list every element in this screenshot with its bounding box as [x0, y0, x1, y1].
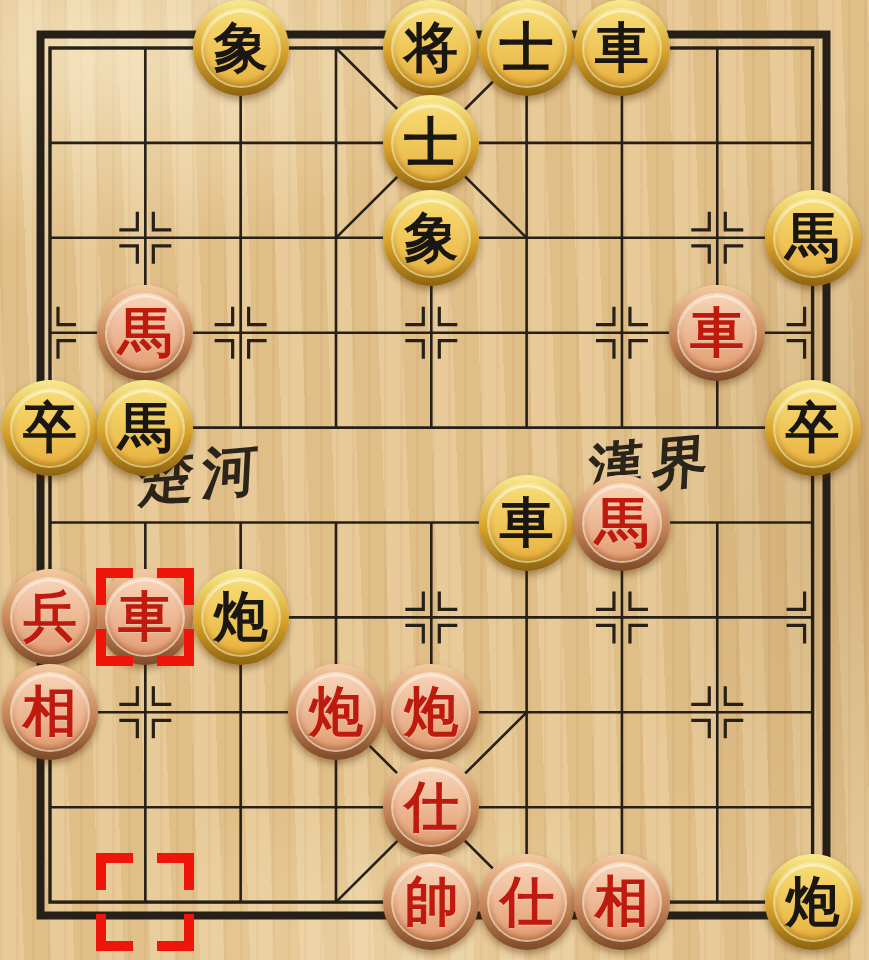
piece-face: 士	[489, 10, 565, 86]
piece-face: 馬	[584, 485, 660, 561]
piece-red-horse[interactable]: 馬	[97, 285, 193, 381]
piece-glyph: 炮	[404, 685, 458, 739]
piece-face: 車	[584, 10, 660, 86]
piece-black-soldier[interactable]: 卒	[765, 380, 861, 476]
piece-glyph: 兵	[23, 590, 77, 644]
piece-face: 仕	[489, 864, 565, 940]
piece-red-cannon[interactable]: 炮	[383, 664, 479, 760]
piece-glyph: 帥	[404, 875, 458, 929]
piece-red-advisor[interactable]: 仕	[479, 854, 575, 950]
piece-glyph: 車	[500, 496, 554, 550]
piece-glyph: 象	[214, 21, 268, 75]
piece-face: 車	[679, 295, 755, 371]
piece-red-advisor[interactable]: 仕	[383, 759, 479, 855]
piece-glyph: 炮	[309, 685, 363, 739]
piece-face: 炮	[393, 674, 469, 750]
piece-face: 炮	[203, 579, 279, 655]
piece-black-soldier[interactable]: 卒	[2, 380, 98, 476]
piece-glyph: 相	[595, 875, 649, 929]
piece-glyph: 仕	[500, 875, 554, 929]
piece-face: 将	[393, 10, 469, 86]
piece-glyph: 馬	[118, 306, 172, 360]
piece-red-cannon[interactable]: 炮	[288, 664, 384, 760]
piece-glyph: 馬	[118, 401, 172, 455]
piece-black-elephant[interactable]: 象	[193, 0, 289, 96]
piece-face: 馬	[107, 295, 183, 371]
piece-red-chariot[interactable]: 車	[669, 285, 765, 381]
piece-face: 車	[107, 579, 183, 655]
piece-face: 相	[12, 674, 88, 750]
piece-red-elephant[interactable]: 相	[2, 664, 98, 760]
piece-face: 相	[584, 864, 660, 940]
piece-red-chariot[interactable]: 車	[97, 569, 193, 665]
piece-glyph: 象	[404, 211, 458, 265]
piece-face: 帥	[393, 864, 469, 940]
piece-red-soldier[interactable]: 兵	[2, 569, 98, 665]
piece-face: 仕	[393, 769, 469, 845]
piece-black-horse[interactable]: 馬	[765, 190, 861, 286]
piece-black-general[interactable]: 将	[383, 0, 479, 96]
piece-face: 車	[489, 485, 565, 561]
piece-face: 炮	[775, 864, 851, 940]
piece-glyph: 士	[500, 21, 554, 75]
piece-face: 象	[393, 200, 469, 276]
piece-black-horse[interactable]: 馬	[97, 380, 193, 476]
piece-black-chariot[interactable]: 車	[574, 0, 670, 96]
piece-black-chariot[interactable]: 車	[479, 475, 575, 571]
piece-face: 象	[203, 10, 279, 86]
piece-face: 卒	[12, 390, 88, 466]
piece-face: 士	[393, 105, 469, 181]
piece-glyph: 炮	[786, 875, 840, 929]
piece-red-horse[interactable]: 馬	[574, 475, 670, 571]
piece-face: 炮	[298, 674, 374, 750]
piece-glyph: 相	[23, 685, 77, 739]
piece-face: 馬	[107, 390, 183, 466]
piece-glyph: 車	[690, 306, 744, 360]
piece-face: 卒	[775, 390, 851, 466]
piece-black-advisor[interactable]: 士	[383, 95, 479, 191]
piece-glyph: 車	[595, 21, 649, 75]
piece-black-elephant[interactable]: 象	[383, 190, 479, 286]
piece-glyph: 馬	[595, 496, 649, 550]
xiangqi-board[interactable]: 楚河 漢界 象将士車士象馬馬車卒馬卒車馬兵車炮相炮炮仕帥仕相炮	[0, 0, 869, 960]
piece-face: 兵	[12, 579, 88, 655]
piece-glyph: 将	[404, 21, 458, 75]
piece-glyph: 卒	[23, 401, 77, 455]
piece-black-cannon[interactable]: 炮	[765, 854, 861, 950]
piece-glyph: 卒	[786, 401, 840, 455]
piece-black-advisor[interactable]: 士	[479, 0, 575, 96]
piece-glyph: 仕	[404, 780, 458, 834]
piece-red-general[interactable]: 帥	[383, 854, 479, 950]
piece-glyph: 炮	[214, 590, 268, 644]
piece-glyph: 馬	[786, 211, 840, 265]
piece-red-elephant[interactable]: 相	[574, 854, 670, 950]
piece-glyph: 士	[404, 116, 458, 170]
piece-face: 馬	[775, 200, 851, 276]
piece-black-cannon[interactable]: 炮	[193, 569, 289, 665]
piece-glyph: 車	[118, 590, 172, 644]
